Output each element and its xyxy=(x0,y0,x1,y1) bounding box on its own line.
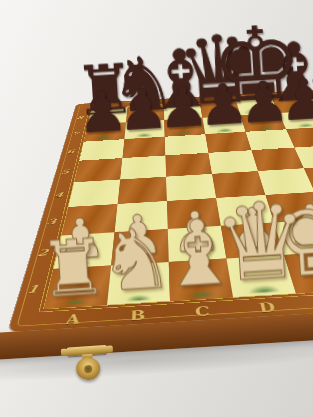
square-d1[interactable]: ♛ xyxy=(226,255,296,297)
brass-clasp xyxy=(65,342,116,389)
piece-white-rook-a1[interactable]: ♜ xyxy=(37,229,110,306)
square-c5[interactable] xyxy=(165,153,212,177)
square-b4[interactable] xyxy=(118,177,167,204)
photo-backdrop: ♜♞♝♛♚♝♞♜♟♟♟♟♟♟♟♟♟♟♟♟♟♟♟♟♜♞♝♛♚♝♞♜ ABCDEFG… xyxy=(0,0,313,417)
square-a5[interactable] xyxy=(74,158,122,182)
square-a1[interactable]: ♜ xyxy=(44,266,111,309)
rank-label-6: 6 xyxy=(61,148,80,155)
chess-board-scene: ♜♞♝♛♚♝♞♜♟♟♟♟♟♟♟♟♟♟♟♟♟♟♟♟♜♞♝♛♚♝♞♜ ABCDEFG… xyxy=(0,0,313,332)
rank-label-5: 5 xyxy=(55,168,75,176)
square-b5[interactable] xyxy=(120,155,166,179)
rank-label-4: 4 xyxy=(48,191,70,200)
square-f7[interactable]: ♟ xyxy=(279,111,313,130)
square-a4[interactable] xyxy=(68,179,120,207)
square-c4[interactable] xyxy=(166,174,216,201)
square-b1[interactable]: ♞ xyxy=(107,262,170,305)
piece-white-queen-d1[interactable]: ♛ xyxy=(211,190,311,296)
board-box-top: ♜♞♝♛♚♝♞♜♟♟♟♟♟♟♟♟♟♟♟♟♟♟♟♟♜♞♝♛♚♝♞♜ ABCDEFG… xyxy=(8,85,313,332)
board-grid: ♜♞♝♛♚♝♞♜♟♟♟♟♟♟♟♟♟♟♟♟♟♟♟♟♜♞♝♛♚♝♞♜ xyxy=(44,92,313,309)
clasp-loop-icon xyxy=(75,356,101,381)
square-d5[interactable] xyxy=(208,150,258,174)
piece-black-pawn-f7[interactable]: ♟ xyxy=(278,72,313,128)
board-gold-trim: ♜♞♝♛♚♝♞♜♟♟♟♟♟♟♟♟♟♟♟♟♟♟♟♟♜♞♝♛♚♝♞♜ xyxy=(38,91,313,313)
